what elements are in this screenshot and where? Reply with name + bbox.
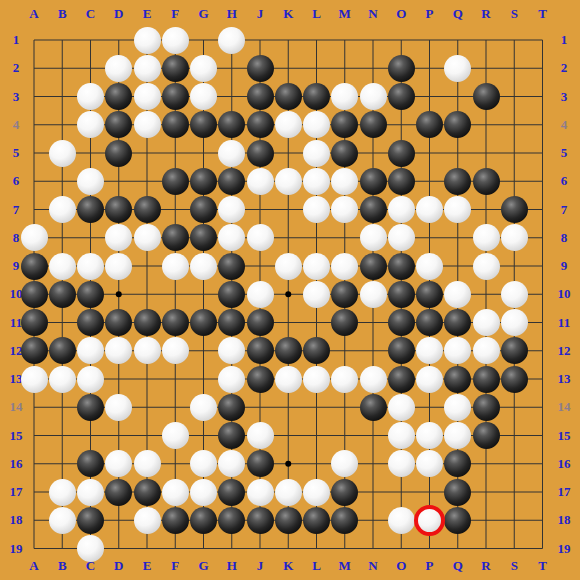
stone-white-B13 <box>49 366 76 393</box>
stone-white-G3 <box>190 83 217 110</box>
coord-label-bottom-E: E <box>143 558 152 574</box>
star-point-K10 <box>285 291 291 297</box>
stone-white-R8 <box>473 224 500 251</box>
coord-label-right-2: 2 <box>561 60 568 76</box>
coord-label-bottom-S: S <box>511 558 518 574</box>
stone-white-P7 <box>416 196 443 223</box>
stone-black-O2 <box>388 55 415 82</box>
stone-white-R11 <box>473 309 500 336</box>
stone-black-Q13 <box>444 366 471 393</box>
stone-white-J8 <box>247 224 274 251</box>
stone-black-P11 <box>416 309 443 336</box>
stone-white-E18 <box>134 507 161 534</box>
coord-label-bottom-P: P <box>426 558 434 574</box>
stone-black-A10 <box>21 281 48 308</box>
stone-white-A13 <box>21 366 48 393</box>
coord-label-bottom-J: J <box>257 558 264 574</box>
stone-white-L13 <box>303 366 330 393</box>
stone-black-N9 <box>360 253 387 280</box>
stone-black-O12 <box>388 337 415 364</box>
stone-white-B5 <box>49 140 76 167</box>
stone-white-G9 <box>190 253 217 280</box>
coord-label-bottom-L: L <box>312 558 321 574</box>
coord-label-top-C: C <box>86 6 95 22</box>
coord-label-left-7: 7 <box>13 202 20 218</box>
stone-white-L17 <box>303 479 330 506</box>
coord-label-top-M: M <box>339 6 351 22</box>
stone-black-B10 <box>49 281 76 308</box>
stone-white-Q10 <box>444 281 471 308</box>
stone-white-O18 <box>388 507 415 534</box>
stone-black-R14 <box>473 394 500 421</box>
coord-label-top-N: N <box>368 6 377 22</box>
stone-black-H6 <box>218 168 245 195</box>
stone-black-A9 <box>21 253 48 280</box>
star-point-K16 <box>285 461 291 467</box>
stone-black-A11 <box>21 309 48 336</box>
stone-white-N3 <box>360 83 387 110</box>
stone-white-E2 <box>134 55 161 82</box>
stone-white-P15 <box>416 422 443 449</box>
stone-black-C14 <box>77 394 104 421</box>
stone-black-C7 <box>77 196 104 223</box>
coord-label-right-8: 8 <box>561 230 568 246</box>
stone-black-M10 <box>331 281 358 308</box>
stone-white-F1 <box>162 27 189 54</box>
stone-black-F2 <box>162 55 189 82</box>
stone-white-R9 <box>473 253 500 280</box>
stone-black-E11 <box>134 309 161 336</box>
stone-white-M6 <box>331 168 358 195</box>
coord-label-left-18: 18 <box>10 512 23 528</box>
stone-white-G2 <box>190 55 217 82</box>
stone-black-D17 <box>105 479 132 506</box>
stone-white-C17 <box>77 479 104 506</box>
coord-label-top-T: T <box>538 6 547 22</box>
coord-label-bottom-D: D <box>114 558 123 574</box>
stone-black-O11 <box>388 309 415 336</box>
coord-label-top-H: H <box>227 6 237 22</box>
stone-white-K9 <box>275 253 302 280</box>
coord-label-bottom-F: F <box>171 558 179 574</box>
stone-white-L9 <box>303 253 330 280</box>
stone-black-O5 <box>388 140 415 167</box>
stone-white-F9 <box>162 253 189 280</box>
stone-black-M18 <box>331 507 358 534</box>
coord-label-left-9: 9 <box>13 258 20 274</box>
coord-label-left-19: 19 <box>10 541 23 557</box>
stone-black-H10 <box>218 281 245 308</box>
coord-label-bottom-H: H <box>227 558 237 574</box>
coord-label-top-K: K <box>283 6 293 22</box>
coord-label-bottom-G: G <box>198 558 208 574</box>
stone-black-P10 <box>416 281 443 308</box>
stone-black-S13 <box>501 366 528 393</box>
stone-black-R3 <box>473 83 500 110</box>
coord-label-bottom-Q: Q <box>453 558 463 574</box>
stone-white-E1 <box>134 27 161 54</box>
coord-label-top-G: G <box>198 6 208 22</box>
stone-white-L7 <box>303 196 330 223</box>
coord-label-bottom-B: B <box>58 558 67 574</box>
stone-black-J3 <box>247 83 274 110</box>
stone-white-B17 <box>49 479 76 506</box>
coord-label-right-5: 5 <box>561 145 568 161</box>
stone-white-N13 <box>360 366 387 393</box>
stone-black-L3 <box>303 83 330 110</box>
star-point-D10 <box>116 291 122 297</box>
coord-label-left-1: 1 <box>13 32 20 48</box>
stone-white-N10 <box>360 281 387 308</box>
stone-white-O16 <box>388 450 415 477</box>
stone-white-C13 <box>77 366 104 393</box>
coord-label-top-D: D <box>114 6 123 22</box>
stone-white-F12 <box>162 337 189 364</box>
stone-black-C18 <box>77 507 104 534</box>
stone-black-F18 <box>162 507 189 534</box>
stone-white-A8 <box>21 224 48 251</box>
coord-label-left-17: 17 <box>10 484 23 500</box>
coord-label-top-O: O <box>396 6 406 22</box>
stone-white-B18 <box>49 507 76 534</box>
coord-label-left-2: 2 <box>13 60 20 76</box>
stone-black-N7 <box>360 196 387 223</box>
coord-label-left-14: 14 <box>10 399 23 415</box>
stone-black-K12 <box>275 337 302 364</box>
stone-black-O9 <box>388 253 415 280</box>
stone-black-N6 <box>360 168 387 195</box>
stone-black-J18 <box>247 507 274 534</box>
stone-black-L18 <box>303 507 330 534</box>
stone-white-M13 <box>331 366 358 393</box>
stone-white-K6 <box>275 168 302 195</box>
coord-label-right-18: 18 <box>558 512 571 528</box>
stone-white-L5 <box>303 140 330 167</box>
stone-black-R6 <box>473 168 500 195</box>
stone-black-H18 <box>218 507 245 534</box>
stone-white-O14 <box>388 394 415 421</box>
coord-label-right-10: 10 <box>558 286 571 302</box>
stone-black-F4 <box>162 111 189 138</box>
coord-label-right-3: 3 <box>561 89 568 105</box>
coord-label-right-9: 9 <box>561 258 568 274</box>
stone-white-J15 <box>247 422 274 449</box>
stone-black-O10 <box>388 281 415 308</box>
stone-black-K18 <box>275 507 302 534</box>
stone-white-K13 <box>275 366 302 393</box>
stone-black-H9 <box>218 253 245 280</box>
stone-white-B9 <box>49 253 76 280</box>
stone-black-G11 <box>190 309 217 336</box>
stone-black-O3 <box>388 83 415 110</box>
coord-label-left-5: 5 <box>13 145 20 161</box>
stone-black-F11 <box>162 309 189 336</box>
stone-white-E8 <box>134 224 161 251</box>
coord-label-left-8: 8 <box>13 230 20 246</box>
stone-black-M5 <box>331 140 358 167</box>
stone-black-R15 <box>473 422 500 449</box>
stone-white-R12 <box>473 337 500 364</box>
stone-black-J5 <box>247 140 274 167</box>
coord-label-left-15: 15 <box>10 428 23 444</box>
stone-white-L10 <box>303 281 330 308</box>
stone-black-B12 <box>49 337 76 364</box>
stone-white-N8 <box>360 224 387 251</box>
stone-black-G6 <box>190 168 217 195</box>
stone-white-O7 <box>388 196 415 223</box>
stone-white-S10 <box>501 281 528 308</box>
stone-white-C6 <box>77 168 104 195</box>
coord-label-top-A: A <box>29 6 38 22</box>
stone-white-L6 <box>303 168 330 195</box>
stone-black-J12 <box>247 337 274 364</box>
coord-label-top-B: B <box>58 6 67 22</box>
stone-black-H14 <box>218 394 245 421</box>
stone-white-E3 <box>134 83 161 110</box>
stone-white-E4 <box>134 111 161 138</box>
stone-black-F6 <box>162 168 189 195</box>
stone-white-J17 <box>247 479 274 506</box>
stone-black-N4 <box>360 111 387 138</box>
stone-black-Q18 <box>444 507 471 534</box>
stone-white-C9 <box>77 253 104 280</box>
coord-label-right-17: 17 <box>558 484 571 500</box>
stone-black-N14 <box>360 394 387 421</box>
stone-black-S12 <box>501 337 528 364</box>
last-move-marker <box>414 505 445 536</box>
stone-black-F8 <box>162 224 189 251</box>
stone-black-J11 <box>247 309 274 336</box>
stone-white-B7 <box>49 196 76 223</box>
stone-white-P13 <box>416 366 443 393</box>
coord-label-bottom-K: K <box>283 558 293 574</box>
coord-label-right-12: 12 <box>558 343 571 359</box>
coord-label-top-E: E <box>143 6 152 22</box>
coord-label-top-F: F <box>171 6 179 22</box>
stone-white-Q2 <box>444 55 471 82</box>
stone-white-D9 <box>105 253 132 280</box>
stone-black-J4 <box>247 111 274 138</box>
coord-label-right-13: 13 <box>558 371 571 387</box>
stone-black-J16 <box>247 450 274 477</box>
stone-white-M9 <box>331 253 358 280</box>
stone-white-S8 <box>501 224 528 251</box>
stone-white-H1 <box>218 27 245 54</box>
stone-black-M17 <box>331 479 358 506</box>
stone-white-C19 <box>77 535 104 562</box>
coord-label-right-16: 16 <box>558 456 571 472</box>
coord-label-right-19: 19 <box>558 541 571 557</box>
stone-white-C3 <box>77 83 104 110</box>
coord-label-top-L: L <box>312 6 321 22</box>
stone-white-E12 <box>134 337 161 364</box>
stone-white-E16 <box>134 450 161 477</box>
stone-white-D2 <box>105 55 132 82</box>
stone-black-E17 <box>134 479 161 506</box>
stone-black-S7 <box>501 196 528 223</box>
stone-black-C11 <box>77 309 104 336</box>
coord-label-bottom-N: N <box>368 558 377 574</box>
stone-black-Q17 <box>444 479 471 506</box>
stone-white-O15 <box>388 422 415 449</box>
coord-label-bottom-O: O <box>396 558 406 574</box>
coord-label-top-Q: Q <box>453 6 463 22</box>
stone-black-K3 <box>275 83 302 110</box>
stone-white-K17 <box>275 479 302 506</box>
stone-black-R13 <box>473 366 500 393</box>
go-board[interactable]: AABBCCDDEEFFGGHHJJKKLLMMNNOOPPQQRRSSTT11… <box>0 0 580 580</box>
stone-white-J6 <box>247 168 274 195</box>
stone-black-J13 <box>247 366 274 393</box>
stone-black-G7 <box>190 196 217 223</box>
stone-black-J2 <box>247 55 274 82</box>
stone-white-F15 <box>162 422 189 449</box>
coord-label-top-R: R <box>481 6 490 22</box>
coord-label-left-4: 4 <box>13 117 20 133</box>
coord-label-right-6: 6 <box>561 173 568 189</box>
coord-label-left-16: 16 <box>10 456 23 472</box>
coord-label-top-S: S <box>511 6 518 22</box>
stone-black-O6 <box>388 168 415 195</box>
stone-white-H5 <box>218 140 245 167</box>
coord-label-right-15: 15 <box>558 428 571 444</box>
stone-black-C10 <box>77 281 104 308</box>
stone-white-D14 <box>105 394 132 421</box>
stone-black-H17 <box>218 479 245 506</box>
stone-white-P9 <box>416 253 443 280</box>
coord-label-bottom-A: A <box>29 558 38 574</box>
stone-black-A12 <box>21 337 48 364</box>
coord-label-bottom-M: M <box>339 558 351 574</box>
stone-black-D5 <box>105 140 132 167</box>
coord-label-right-4: 4 <box>561 117 568 133</box>
coord-label-left-6: 6 <box>13 173 20 189</box>
stone-white-H13 <box>218 366 245 393</box>
stone-black-Q6 <box>444 168 471 195</box>
coord-label-bottom-T: T <box>538 558 547 574</box>
stone-white-F17 <box>162 479 189 506</box>
stone-white-O8 <box>388 224 415 251</box>
coord-label-right-7: 7 <box>561 202 568 218</box>
coord-label-right-11: 11 <box>558 315 570 331</box>
coord-label-right-14: 14 <box>558 399 571 415</box>
stone-white-G14 <box>190 394 217 421</box>
coord-label-left-3: 3 <box>13 89 20 105</box>
coord-label-top-P: P <box>426 6 434 22</box>
stone-white-G17 <box>190 479 217 506</box>
coord-label-right-1: 1 <box>561 32 568 48</box>
stone-white-J10 <box>247 281 274 308</box>
coord-label-top-J: J <box>257 6 264 22</box>
stone-black-E7 <box>134 196 161 223</box>
stone-black-F3 <box>162 83 189 110</box>
stone-white-K4 <box>275 111 302 138</box>
stone-black-O13 <box>388 366 415 393</box>
stone-white-Q14 <box>444 394 471 421</box>
coord-label-bottom-R: R <box>481 558 490 574</box>
stone-black-G18 <box>190 507 217 534</box>
stone-white-S11 <box>501 309 528 336</box>
